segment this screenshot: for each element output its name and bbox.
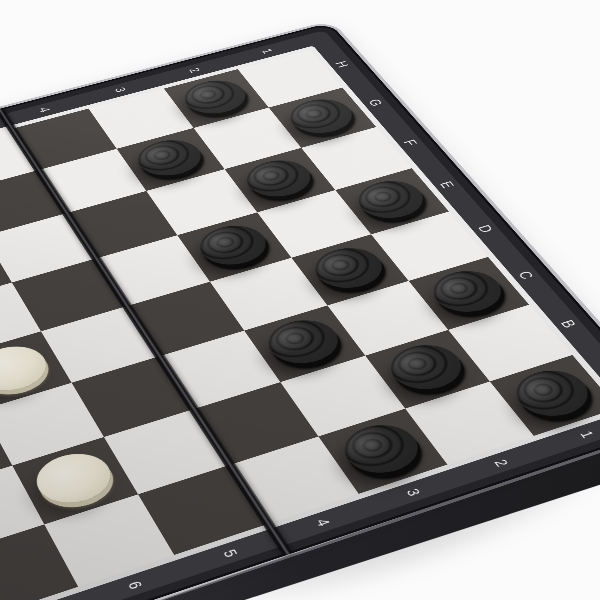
checker-piece-black[interactable] [379, 337, 474, 397]
checker-piece-black[interactable] [190, 219, 277, 272]
checker-piece-black[interactable] [237, 154, 321, 203]
checker-piece-black[interactable] [422, 264, 513, 319]
checker-piece-black[interactable] [348, 175, 434, 225]
checker-piece-black[interactable] [175, 75, 255, 120]
coord-number-near-3: 3 [389, 473, 437, 511]
coord-number-near-1: 1 [563, 416, 600, 452]
checker-piece-black[interactable] [333, 417, 431, 482]
checker-piece-black[interactable] [304, 241, 393, 295]
coord-number-near-5: 5 [206, 533, 253, 573]
stage: HGFEDCBA1122334455667788 [0, 0, 600, 600]
checker-piece-black[interactable] [257, 313, 349, 371]
coord-number-near-2: 2 [477, 445, 525, 482]
coord-number-near-4: 4 [299, 503, 347, 542]
checker-piece-black[interactable] [504, 363, 600, 424]
checker-piece-black[interactable] [129, 134, 211, 182]
checker-piece-black[interactable] [281, 93, 363, 139]
